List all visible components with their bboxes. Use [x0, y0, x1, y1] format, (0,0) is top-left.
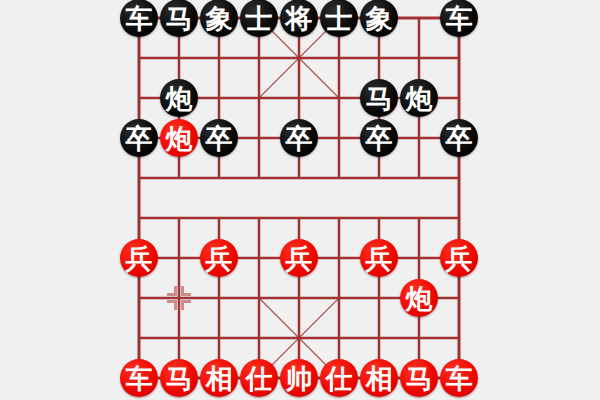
board-point-8-8[interactable]	[439, 318, 479, 358]
board-point-1-8[interactable]	[159, 318, 199, 358]
board-point-2-2[interactable]	[199, 78, 239, 118]
board-point-5-0[interactable]: 士	[319, 0, 359, 38]
piece-black-soldier[interactable]: 卒	[120, 119, 158, 157]
board-point-8-1[interactable]	[439, 38, 479, 78]
piece-red-general[interactable]: 帅	[280, 359, 318, 397]
board-point-5-8[interactable]	[319, 318, 359, 358]
board-point-6-9[interactable]: 相	[359, 358, 399, 398]
board-point-1-6[interactable]	[159, 238, 199, 278]
board-point-6-0[interactable]: 象	[359, 0, 399, 38]
board-point-8-9[interactable]: 车	[439, 358, 479, 398]
board-point-3-2[interactable]	[239, 78, 279, 118]
board-point-1-7[interactable]	[159, 278, 199, 318]
board-point-5-2[interactable]	[319, 78, 359, 118]
piece-black-cannon[interactable]: 炮	[400, 79, 438, 117]
board-point-8-6[interactable]: 兵	[439, 238, 479, 278]
board-point-6-2[interactable]: 马	[359, 78, 399, 118]
board-point-7-7[interactable]: 炮	[399, 278, 439, 318]
board-point-7-2[interactable]: 炮	[399, 78, 439, 118]
board-point-3-7[interactable]	[239, 278, 279, 318]
board-point-3-8[interactable]	[239, 318, 279, 358]
board-point-1-9[interactable]: 马	[159, 358, 199, 398]
piece-black-elephant[interactable]: 象	[200, 0, 238, 37]
board-point-6-8[interactable]	[359, 318, 399, 358]
piece-red-cannon[interactable]: 炮	[160, 119, 198, 157]
piece-red-chariot[interactable]: 车	[120, 359, 158, 397]
piece-black-soldier[interactable]: 卒	[280, 119, 318, 157]
board-point-1-5[interactable]	[159, 198, 199, 238]
board-point-5-1[interactable]	[319, 38, 359, 78]
board-point-4-3[interactable]: 卒	[279, 118, 319, 158]
board-point-0-0[interactable]: 车	[119, 0, 159, 38]
piece-black-general[interactable]: 将	[280, 0, 318, 37]
piece-red-soldier[interactable]: 兵	[280, 239, 318, 277]
board-point-0-2[interactable]	[119, 78, 159, 118]
board-point-4-8[interactable]	[279, 318, 319, 358]
board-point-3-0[interactable]: 士	[239, 0, 279, 38]
piece-red-soldier[interactable]: 兵	[440, 239, 478, 277]
xiangqi-board-screen: 车马象士将士象车炮马炮卒炮卒卒卒卒兵兵兵兵兵炮车马相仕帅仕相马车	[0, 0, 600, 400]
board-point-1-3[interactable]: 炮	[159, 118, 199, 158]
piece-red-chariot[interactable]: 车	[440, 359, 478, 397]
board-point-8-3[interactable]: 卒	[439, 118, 479, 158]
board-point-8-2[interactable]	[439, 78, 479, 118]
piece-red-horse[interactable]: 马	[400, 359, 438, 397]
board-point-0-6[interactable]: 兵	[119, 238, 159, 278]
board-point-2-9[interactable]: 相	[199, 358, 239, 398]
board-grid: 车马象士将士象车炮马炮卒炮卒卒卒卒兵兵兵兵兵炮车马相仕帅仕相马车	[119, 0, 479, 398]
board-point-6-6[interactable]: 兵	[359, 238, 399, 278]
piece-red-elephant[interactable]: 相	[360, 359, 398, 397]
board-point-1-4[interactable]	[159, 158, 199, 198]
board-point-8-4[interactable]	[439, 158, 479, 198]
board-point-6-3[interactable]: 卒	[359, 118, 399, 158]
piece-red-cannon[interactable]: 炮	[400, 279, 438, 317]
board-point-1-2[interactable]: 炮	[159, 78, 199, 118]
board-point-6-1[interactable]	[359, 38, 399, 78]
piece-black-soldier[interactable]: 卒	[440, 119, 478, 157]
piece-black-cannon[interactable]: 炮	[160, 79, 198, 117]
piece-red-advisor[interactable]: 仕	[240, 359, 278, 397]
piece-black-horse[interactable]: 马	[360, 79, 398, 117]
board-point-8-0[interactable]: 车	[439, 0, 479, 38]
piece-black-soldier[interactable]: 卒	[200, 119, 238, 157]
board-point-5-7[interactable]	[319, 278, 359, 318]
board-point-4-7[interactable]	[279, 278, 319, 318]
board-point-2-6[interactable]: 兵	[199, 238, 239, 278]
board-point-3-4[interactable]	[239, 158, 279, 198]
board-point-3-6[interactable]	[239, 238, 279, 278]
board-point-0-8[interactable]	[119, 318, 159, 358]
board-point-0-7[interactable]	[119, 278, 159, 318]
board-point-2-1[interactable]	[199, 38, 239, 78]
board-point-2-5[interactable]	[199, 198, 239, 238]
board-point-0-9[interactable]: 车	[119, 358, 159, 398]
board-point-5-3[interactable]	[319, 118, 359, 158]
board-point-2-8[interactable]	[199, 318, 239, 358]
board-point-5-9[interactable]: 仕	[319, 358, 359, 398]
board-point-4-2[interactable]	[279, 78, 319, 118]
board-point-4-5[interactable]	[279, 198, 319, 238]
board-point-0-4[interactable]	[119, 158, 159, 198]
board-point-7-5[interactable]	[399, 198, 439, 238]
board-point-4-6[interactable]: 兵	[279, 238, 319, 278]
board-point-8-5[interactable]	[439, 198, 479, 238]
board-point-7-1[interactable]	[399, 38, 439, 78]
board-point-7-6[interactable]	[399, 238, 439, 278]
board-point-7-3[interactable]	[399, 118, 439, 158]
piece-black-elephant[interactable]: 象	[360, 0, 398, 37]
board-point-4-0[interactable]: 将	[279, 0, 319, 38]
board-point-3-3[interactable]	[239, 118, 279, 158]
board-point-3-1[interactable]	[239, 38, 279, 78]
piece-black-chariot[interactable]: 车	[120, 0, 158, 37]
piece-black-soldier[interactable]: 卒	[360, 119, 398, 157]
board-point-0-1[interactable]	[119, 38, 159, 78]
board-point-4-1[interactable]	[279, 38, 319, 78]
board-point-6-5[interactable]	[359, 198, 399, 238]
board-point-5-4[interactable]	[319, 158, 359, 198]
board-point-7-9[interactable]: 马	[399, 358, 439, 398]
board-point-3-5[interactable]	[239, 198, 279, 238]
piece-black-horse[interactable]: 马	[160, 0, 198, 37]
board-point-7-0[interactable]	[399, 0, 439, 38]
board-point-2-4[interactable]	[199, 158, 239, 198]
piece-red-horse[interactable]: 马	[160, 359, 198, 397]
piece-red-elephant[interactable]: 相	[200, 359, 238, 397]
piece-black-advisor[interactable]: 士	[320, 0, 358, 37]
piece-red-soldier[interactable]: 兵	[360, 239, 398, 277]
piece-red-soldier[interactable]: 兵	[120, 239, 158, 277]
piece-black-chariot[interactable]: 车	[440, 0, 478, 37]
piece-red-soldier[interactable]: 兵	[200, 239, 238, 277]
board-point-7-8[interactable]	[399, 318, 439, 358]
board-point-0-5[interactable]	[119, 198, 159, 238]
board-point-2-0[interactable]: 象	[199, 0, 239, 38]
board-point-5-6[interactable]	[319, 238, 359, 278]
board-point-1-0[interactable]: 马	[159, 0, 199, 38]
board-point-6-7[interactable]	[359, 278, 399, 318]
board-point-6-4[interactable]	[359, 158, 399, 198]
piece-black-advisor[interactable]: 士	[240, 0, 278, 37]
piece-red-advisor[interactable]: 仕	[320, 359, 358, 397]
board-point-0-3[interactable]: 卒	[119, 118, 159, 158]
board-point-2-3[interactable]: 卒	[199, 118, 239, 158]
board-point-5-5[interactable]	[319, 198, 359, 238]
board-point-4-4[interactable]	[279, 158, 319, 198]
board-point-4-9[interactable]: 帅	[279, 358, 319, 398]
board-point-1-1[interactable]	[159, 38, 199, 78]
board-point-7-4[interactable]	[399, 158, 439, 198]
board-point-2-7[interactable]	[199, 278, 239, 318]
board-point-8-7[interactable]	[439, 278, 479, 318]
board-point-3-9[interactable]: 仕	[239, 358, 279, 398]
